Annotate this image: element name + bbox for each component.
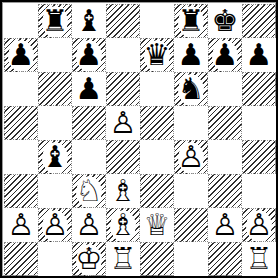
square-e7[interactable]: ♛ [140,38,174,72]
square-b6[interactable] [38,72,72,106]
square-f3[interactable] [174,174,208,208]
square-c7[interactable]: ♟ [72,38,106,72]
square-g6[interactable] [208,72,242,106]
square-h6[interactable] [242,72,276,106]
piece-black-rook: ♜ [178,6,205,36]
square-h1[interactable]: ♖ [242,242,276,276]
square-f4[interactable]: ♙ [174,140,208,174]
square-e3[interactable] [140,174,174,208]
square-c8[interactable]: ♝ [72,4,106,38]
square-e4[interactable] [140,140,174,174]
square-g8[interactable]: ♚ [208,4,242,38]
piece-black-knight: ♞ [178,74,205,104]
square-c2[interactable]: ♙ [72,208,106,242]
square-b2[interactable]: ♙ [38,208,72,242]
square-g2[interactable]: ♙ [208,208,242,242]
square-g1[interactable] [208,242,242,276]
square-a8[interactable] [4,4,38,38]
square-e6[interactable] [140,72,174,106]
square-g3[interactable] [208,174,242,208]
piece-black-pawn: ♟ [76,40,103,70]
piece-white-rook: ♖ [110,244,137,274]
square-b1[interactable] [38,242,72,276]
piece-white-rook: ♖ [246,244,273,274]
square-d8[interactable] [106,4,140,38]
square-d5[interactable]: ♙ [106,106,140,140]
piece-white-pawn: ♙ [110,108,137,138]
square-g5[interactable] [208,106,242,140]
square-a7[interactable]: ♟ [4,38,38,72]
square-d6[interactable] [106,72,140,106]
square-h7[interactable]: ♟ [242,38,276,72]
square-f6[interactable]: ♞ [174,72,208,106]
piece-black-king: ♚ [212,6,239,36]
square-h2[interactable]: ♙ [242,208,276,242]
square-e2[interactable]: ♕ [140,208,174,242]
square-f2[interactable] [174,208,208,242]
square-a5[interactable] [4,106,38,140]
piece-black-pawn: ♟ [76,74,103,104]
square-c4[interactable] [72,140,106,174]
square-d3[interactable]: ♗ [106,174,140,208]
square-f1[interactable] [174,242,208,276]
square-h5[interactable] [242,106,276,140]
square-f5[interactable] [174,106,208,140]
square-a4[interactable] [4,140,38,174]
square-b3[interactable] [38,174,72,208]
square-a3[interactable] [4,174,38,208]
square-e1[interactable] [140,242,174,276]
square-c1[interactable]: ♔ [72,242,106,276]
square-a6[interactable] [4,72,38,106]
piece-black-pawn: ♟ [246,40,273,70]
square-h3[interactable] [242,174,276,208]
piece-white-pawn: ♙ [76,210,103,240]
square-h8[interactable] [242,4,276,38]
piece-black-pawn: ♟ [178,40,205,70]
square-g7[interactable]: ♟ [208,38,242,72]
piece-black-bishop: ♝ [76,6,103,36]
piece-white-queen: ♕ [144,210,171,240]
square-b7[interactable] [38,38,72,72]
square-f7[interactable]: ♟ [174,38,208,72]
piece-black-queen: ♛ [144,40,171,70]
piece-white-knight: ♘ [76,176,103,206]
piece-white-pawn: ♙ [178,142,205,172]
square-b5[interactable] [38,106,72,140]
square-d1[interactable]: ♖ [106,242,140,276]
chess-board: ♜♝♜♚♟♟♛♟♟♟♟♞♙♝♙♘♗♙♙♙♗♕♙♙♔♖♖ [0,0,278,278]
square-d4[interactable] [106,140,140,174]
piece-black-pawn: ♟ [212,40,239,70]
square-d2[interactable]: ♗ [106,208,140,242]
square-e5[interactable] [140,106,174,140]
square-c6[interactable]: ♟ [72,72,106,106]
square-h4[interactable] [242,140,276,174]
square-f8[interactable]: ♜ [174,4,208,38]
square-c3[interactable]: ♘ [72,174,106,208]
square-b4[interactable]: ♝ [38,140,72,174]
square-d7[interactable] [106,38,140,72]
square-c5[interactable] [72,106,106,140]
square-a1[interactable] [4,242,38,276]
piece-black-pawn: ♟ [8,40,35,70]
piece-black-rook: ♜ [42,6,69,36]
square-a2[interactable]: ♙ [4,208,38,242]
square-b8[interactable]: ♜ [38,4,72,38]
piece-white-bishop: ♗ [110,176,137,206]
piece-white-pawn: ♙ [8,210,35,240]
piece-white-pawn: ♙ [42,210,69,240]
piece-white-pawn: ♙ [246,210,273,240]
square-g4[interactable] [208,140,242,174]
piece-white-bishop: ♗ [110,210,137,240]
piece-white-pawn: ♙ [212,210,239,240]
piece-white-king: ♔ [76,244,103,274]
piece-black-bishop: ♝ [42,142,69,172]
square-e8[interactable] [140,4,174,38]
